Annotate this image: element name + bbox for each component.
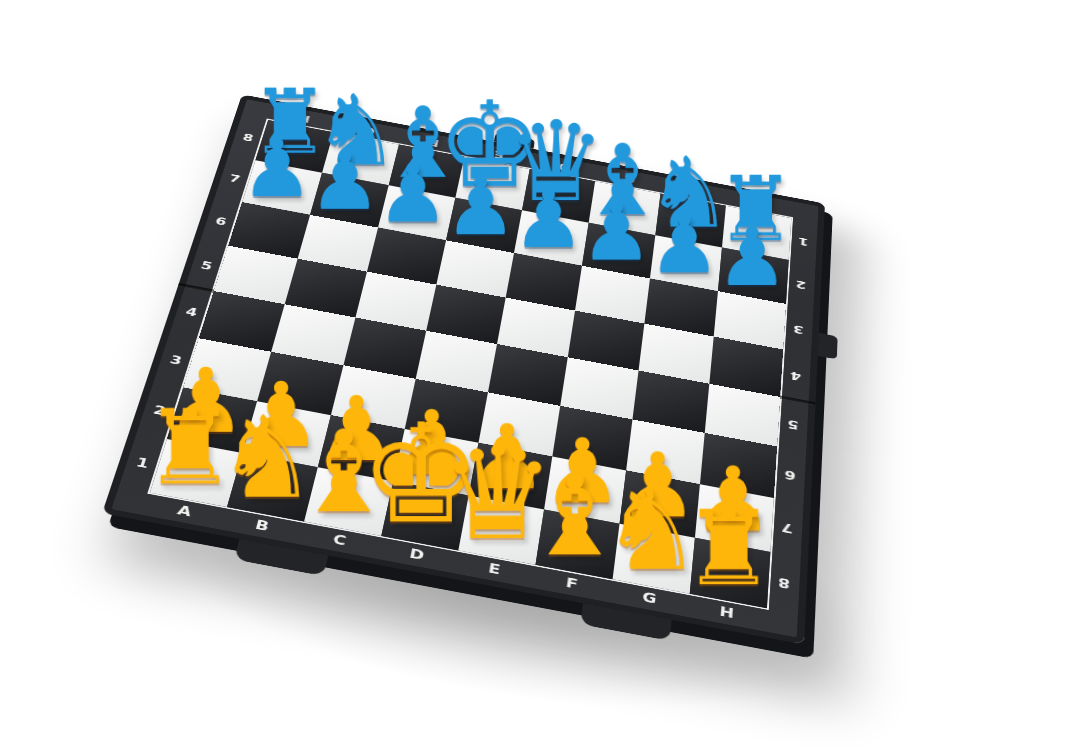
piece-yellow-bishop-c1[interactable]: ♝	[293, 415, 394, 528]
photo-scene: HGFEDCBA8♜♞♝♚♛♝♞♜17♟♟♟♟♟♟♟♟2635445362♟♟♟…	[0, 0, 1066, 753]
piece-blue-pawn-b7[interactable]: ♟	[309, 141, 381, 222]
frame-corner	[765, 608, 798, 637]
rank-label-right-2: 2	[786, 260, 816, 309]
piece-blue-pawn-e7[interactable]: ♟	[512, 179, 584, 260]
piece-blue-pawn-d7[interactable]: ♟	[445, 166, 517, 247]
piece-yellow-rook-h1[interactable]: ♜	[682, 497, 775, 600]
rank-label-right-7: 7	[770, 498, 803, 558]
clasp-tab-right	[818, 333, 838, 360]
piece-blue-pawn-h7[interactable]: ♟	[716, 217, 788, 298]
piece-blue-pawn-a7[interactable]: ♟	[241, 128, 313, 209]
piece-blue-pawn-g7[interactable]: ♟	[648, 204, 720, 285]
square-h4[interactable]	[705, 384, 780, 447]
rank-label-right-4: 4	[780, 350, 811, 403]
piece-blue-pawn-f7[interactable]: ♟	[580, 192, 652, 273]
piece-blue-pawn-c7[interactable]: ♟	[377, 153, 449, 234]
square-a5[interactable]	[214, 246, 298, 305]
piece-yellow-rook-a1[interactable]: ♜	[143, 396, 236, 499]
square-f7[interactable]: ♟	[582, 223, 655, 279]
rank-label-right-5: 5	[777, 397, 809, 452]
rank-label-right-6: 6	[774, 446, 806, 503]
rank-label-right-3: 3	[783, 304, 813, 355]
